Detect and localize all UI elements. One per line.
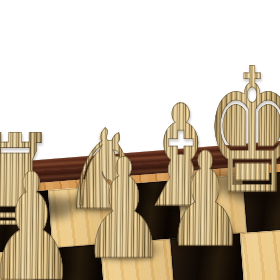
chess-photo-scene: ♚ ♝ ♞ ♜ ♟ ♟ ♟ (0, 0, 280, 280)
white-pawn-b2-glyph: ♟ (0, 154, 77, 280)
white-pawn-b2[interactable]: ♟ (0, 154, 105, 280)
